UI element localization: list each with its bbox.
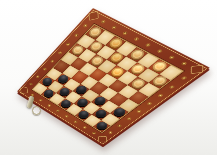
board-grid: [33, 25, 183, 132]
checkers-board: [17, 8, 210, 145]
brass-clasp[interactable]: [28, 96, 44, 116]
clasp-ring-icon: [32, 106, 41, 115]
corner-motif: [98, 136, 107, 142]
corner-motif: [20, 87, 28, 93]
corner-motif: [191, 65, 203, 74]
checkers-board-wrap: [0, 0, 217, 155]
photo-stage: [0, 0, 217, 155]
